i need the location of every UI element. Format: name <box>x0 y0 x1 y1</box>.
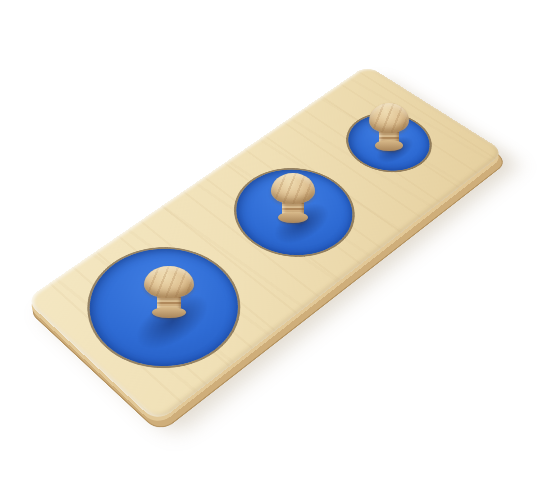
knob-cap <box>369 103 409 133</box>
knob-base-flange <box>375 140 402 151</box>
product-photo <box>0 0 550 500</box>
knob-cap <box>144 266 194 298</box>
knob-small-handle[interactable] <box>369 103 409 151</box>
knob-cap <box>271 173 315 204</box>
knob-base-flange <box>152 307 186 318</box>
knob-large-handle[interactable] <box>144 266 194 318</box>
knob-medium-handle[interactable] <box>271 173 315 223</box>
knob-base-flange <box>278 212 308 223</box>
